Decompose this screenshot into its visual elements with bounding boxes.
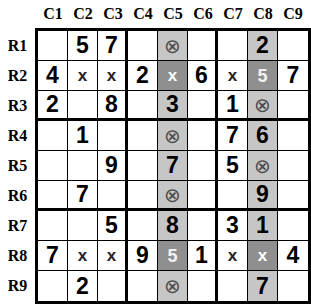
cell-R7C7[interactable]: 3 [218, 211, 248, 241]
row-header-R6: R6 [0, 181, 35, 211]
cell-R7C9[interactable] [278, 211, 308, 241]
cell-R1C1[interactable] [38, 31, 68, 61]
cell-R6C7[interactable] [218, 181, 248, 211]
column-header-C5: C5 [158, 5, 188, 23]
cell-R2C2[interactable]: x [68, 61, 98, 91]
cell-R6C3[interactable] [98, 181, 128, 211]
column-header-C8: C8 [248, 5, 278, 23]
cell-R3C9[interactable] [278, 91, 308, 121]
cell-R7C8[interactable]: 1 [248, 211, 278, 241]
cell-R3C7[interactable]: 1 [218, 91, 248, 121]
row-header-R8: R8 [0, 241, 35, 271]
row-header-R7: R7 [0, 211, 35, 241]
cell-R1C9[interactable] [278, 31, 308, 61]
cell-R9C7[interactable] [218, 271, 248, 301]
corner-spacer [0, 0, 35, 28]
cell-R5C1[interactable] [38, 151, 68, 181]
cell-R4C3[interactable] [98, 121, 128, 151]
cell-R2C5[interactable]: x [158, 61, 188, 91]
sudoku-board: 57⊗24xx2x6x572831⊗1⊗76975⊗7⊗958317xx951x… [35, 28, 311, 304]
cell-R8C6[interactable]: 1 [188, 241, 218, 271]
cell-R8C5[interactable]: 5 [158, 241, 188, 271]
column-header-C4: C4 [128, 5, 158, 23]
cell-R6C8[interactable]: 9 [248, 181, 278, 211]
cell-R8C1[interactable]: 7 [38, 241, 68, 271]
column-header-C3: C3 [98, 5, 128, 23]
cell-R2C3[interactable]: x [98, 61, 128, 91]
cell-R9C5[interactable]: ⊗ [158, 271, 188, 301]
cell-R5C7[interactable]: 5 [218, 151, 248, 181]
cell-R4C4[interactable] [128, 121, 158, 151]
cell-R8C4[interactable]: 9 [128, 241, 158, 271]
cell-R8C9[interactable]: 4 [278, 241, 308, 271]
row-header-R3: R3 [0, 91, 35, 121]
cell-R6C5[interactable]: ⊗ [158, 181, 188, 211]
cell-R3C3[interactable]: 8 [98, 91, 128, 121]
column-headers: C1C2C3C4C5C6C7C8C9 [35, 0, 311, 28]
cell-R2C8[interactable]: 5 [248, 61, 278, 91]
cell-R1C2[interactable]: 5 [68, 31, 98, 61]
column-header-C7: C7 [218, 5, 248, 23]
cell-R9C6[interactable] [188, 271, 218, 301]
cell-R5C9[interactable] [278, 151, 308, 181]
cell-R7C4[interactable] [128, 211, 158, 241]
cell-R6C6[interactable] [188, 181, 218, 211]
cell-R9C9[interactable] [278, 271, 308, 301]
cell-R2C4[interactable]: 2 [128, 61, 158, 91]
cell-R2C9[interactable]: 7 [278, 61, 308, 91]
column-header-C1: C1 [38, 5, 68, 23]
column-header-C9: C9 [278, 5, 308, 23]
cell-R3C5[interactable]: 3 [158, 91, 188, 121]
cell-R1C5[interactable]: ⊗ [158, 31, 188, 61]
cell-R4C7[interactable]: 7 [218, 121, 248, 151]
cell-R5C8[interactable]: ⊗ [248, 151, 278, 181]
cell-R1C4[interactable] [128, 31, 158, 61]
cell-R1C8[interactable]: 2 [248, 31, 278, 61]
row-headers: R1R2R3R4R5R6R7R8R9 [0, 28, 35, 304]
cell-R5C2[interactable] [68, 151, 98, 181]
column-header-C6: C6 [188, 5, 218, 23]
cell-R2C1[interactable]: 4 [38, 61, 68, 91]
cell-R8C3[interactable]: x [98, 241, 128, 271]
cell-R1C6[interactable] [188, 31, 218, 61]
row-header-R5: R5 [0, 151, 35, 181]
cell-R2C7[interactable]: x [218, 61, 248, 91]
cell-R1C7[interactable] [218, 31, 248, 61]
cell-R9C3[interactable] [98, 271, 128, 301]
cell-R5C4[interactable] [128, 151, 158, 181]
cell-R7C6[interactable] [188, 211, 218, 241]
cell-R2C6[interactable]: 6 [188, 61, 218, 91]
cell-R4C8[interactable]: 6 [248, 121, 278, 151]
sudoku-diagram: C1C2C3C4C5C6C7C8C9 R1R2R3R4R5R6R7R8R9 57… [0, 0, 311, 304]
cell-R4C9[interactable] [278, 121, 308, 151]
cell-R4C6[interactable] [188, 121, 218, 151]
row-header-R1: R1 [0, 31, 35, 61]
row-header-R9: R9 [0, 271, 35, 301]
cell-R9C4[interactable] [128, 271, 158, 301]
cell-R5C3[interactable]: 9 [98, 151, 128, 181]
column-header-C2: C2 [68, 5, 98, 23]
cell-R4C1[interactable] [38, 121, 68, 151]
cell-R6C4[interactable] [128, 181, 158, 211]
row-header-R4: R4 [0, 121, 35, 151]
cell-R7C1[interactable] [38, 211, 68, 241]
cell-R4C2[interactable]: 1 [68, 121, 98, 151]
cell-R9C2[interactable]: 2 [68, 271, 98, 301]
cell-R3C2[interactable] [68, 91, 98, 121]
cell-R8C2[interactable]: x [68, 241, 98, 271]
cell-R3C6[interactable] [188, 91, 218, 121]
cell-R8C8[interactable]: x [248, 241, 278, 271]
cell-R7C3[interactable]: 5 [98, 211, 128, 241]
cell-R6C9[interactable] [278, 181, 308, 211]
cell-R5C5[interactable]: 7 [158, 151, 188, 181]
cell-R1C3[interactable]: 7 [98, 31, 128, 61]
cell-R3C8[interactable]: ⊗ [248, 91, 278, 121]
cell-R3C4[interactable] [128, 91, 158, 121]
cell-R3C1[interactable]: 2 [38, 91, 68, 121]
cell-R7C2[interactable] [68, 211, 98, 241]
cell-R9C1[interactable] [38, 271, 68, 301]
cell-R6C1[interactable] [38, 181, 68, 211]
cell-R8C7[interactable]: x [218, 241, 248, 271]
row-header-R2: R2 [0, 61, 35, 91]
cell-R7C5[interactable]: 8 [158, 211, 188, 241]
cell-R6C2[interactable]: 7 [68, 181, 98, 211]
cell-R4C5[interactable]: ⊗ [158, 121, 188, 151]
cell-R5C6[interactable] [188, 151, 218, 181]
cell-R9C8[interactable]: 7 [248, 271, 278, 301]
